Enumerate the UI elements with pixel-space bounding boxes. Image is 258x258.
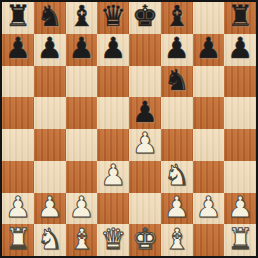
square-a5[interactable]	[2, 97, 34, 129]
chess-board: ♜♞♝♛♚♝♜♟♟♟♟♟♟♟♞♟♟♟♞♟♟♟♟♟♟♜♞♝♛♚♝♜	[2, 2, 256, 256]
square-f6[interactable]: ♞	[161, 66, 193, 98]
square-a4[interactable]	[2, 129, 34, 161]
square-f2[interactable]: ♟	[161, 193, 193, 225]
chess-board-frame: ♜♞♝♛♚♝♜♟♟♟♟♟♟♟♞♟♟♟♞♟♟♟♟♟♟♜♞♝♛♚♝♜	[0, 0, 258, 258]
square-b4[interactable]	[34, 129, 66, 161]
piece-black-bishop[interactable]: ♝	[68, 2, 94, 31]
square-e1[interactable]: ♚	[129, 224, 161, 256]
square-f1[interactable]: ♝	[161, 224, 193, 256]
square-d8[interactable]: ♛	[97, 2, 129, 34]
piece-white-knight[interactable]: ♞	[37, 225, 63, 254]
square-e5[interactable]: ♟	[129, 97, 161, 129]
piece-black-pawn[interactable]: ♟	[100, 34, 126, 63]
square-d1[interactable]: ♛	[97, 224, 129, 256]
piece-white-knight[interactable]: ♞	[164, 161, 190, 190]
square-d4[interactable]	[97, 129, 129, 161]
square-f4[interactable]	[161, 129, 193, 161]
square-a1[interactable]: ♜	[2, 224, 34, 256]
square-d5[interactable]	[97, 97, 129, 129]
square-g2[interactable]: ♟	[193, 193, 225, 225]
square-e4[interactable]: ♟	[129, 129, 161, 161]
square-a7[interactable]: ♟	[2, 34, 34, 66]
square-e2[interactable]	[129, 193, 161, 225]
square-e7[interactable]	[129, 34, 161, 66]
piece-black-rook[interactable]: ♜	[227, 2, 253, 31]
square-b2[interactable]: ♟	[34, 193, 66, 225]
square-c7[interactable]: ♟	[66, 34, 98, 66]
piece-black-knight[interactable]: ♞	[164, 66, 190, 95]
square-c8[interactable]: ♝	[66, 2, 98, 34]
square-e3[interactable]	[129, 161, 161, 193]
piece-white-pawn[interactable]: ♟	[195, 193, 221, 222]
piece-white-pawn[interactable]: ♟	[164, 193, 190, 222]
piece-black-knight[interactable]: ♞	[37, 2, 63, 31]
square-h5[interactable]	[224, 97, 256, 129]
square-a8[interactable]: ♜	[2, 2, 34, 34]
piece-black-pawn[interactable]: ♟	[5, 34, 31, 63]
square-a2[interactable]: ♟	[2, 193, 34, 225]
square-h4[interactable]	[224, 129, 256, 161]
piece-white-pawn[interactable]: ♟	[227, 193, 253, 222]
piece-white-pawn[interactable]: ♟	[68, 193, 94, 222]
square-h2[interactable]: ♟	[224, 193, 256, 225]
square-b6[interactable]	[34, 66, 66, 98]
square-g1[interactable]	[193, 224, 225, 256]
piece-black-pawn[interactable]: ♟	[37, 34, 63, 63]
piece-white-king[interactable]: ♚	[132, 225, 158, 254]
square-b5[interactable]	[34, 97, 66, 129]
square-a6[interactable]	[2, 66, 34, 98]
piece-white-pawn[interactable]: ♟	[5, 193, 31, 222]
square-d6[interactable]	[97, 66, 129, 98]
piece-black-pawn[interactable]: ♟	[164, 34, 190, 63]
square-g4[interactable]	[193, 129, 225, 161]
piece-black-bishop[interactable]: ♝	[164, 2, 190, 31]
piece-black-queen[interactable]: ♛	[100, 2, 126, 31]
square-f3[interactable]: ♞	[161, 161, 193, 193]
square-h1[interactable]: ♜	[224, 224, 256, 256]
piece-black-king[interactable]: ♚	[132, 2, 158, 31]
square-c3[interactable]	[66, 161, 98, 193]
square-g7[interactable]: ♟	[193, 34, 225, 66]
piece-white-pawn[interactable]: ♟	[37, 193, 63, 222]
square-e8[interactable]: ♚	[129, 2, 161, 34]
piece-white-pawn[interactable]: ♟	[132, 129, 158, 158]
square-f8[interactable]: ♝	[161, 2, 193, 34]
piece-black-pawn[interactable]: ♟	[132, 98, 158, 127]
square-c6[interactable]	[66, 66, 98, 98]
square-g3[interactable]	[193, 161, 225, 193]
square-a3[interactable]	[2, 161, 34, 193]
square-d7[interactable]: ♟	[97, 34, 129, 66]
square-h7[interactable]: ♟	[224, 34, 256, 66]
piece-black-pawn[interactable]: ♟	[227, 34, 253, 63]
square-h8[interactable]: ♜	[224, 2, 256, 34]
square-b8[interactable]: ♞	[34, 2, 66, 34]
piece-white-rook[interactable]: ♜	[5, 225, 31, 254]
square-h6[interactable]	[224, 66, 256, 98]
square-b1[interactable]: ♞	[34, 224, 66, 256]
square-d3[interactable]: ♟	[97, 161, 129, 193]
piece-white-bishop[interactable]: ♝	[164, 225, 190, 254]
square-b7[interactable]: ♟	[34, 34, 66, 66]
square-g8[interactable]	[193, 2, 225, 34]
piece-white-queen[interactable]: ♛	[100, 225, 126, 254]
piece-white-bishop[interactable]: ♝	[68, 225, 94, 254]
square-d2[interactable]	[97, 193, 129, 225]
piece-white-rook[interactable]: ♜	[227, 225, 253, 254]
square-c1[interactable]: ♝	[66, 224, 98, 256]
square-f7[interactable]: ♟	[161, 34, 193, 66]
square-c4[interactable]	[66, 129, 98, 161]
square-c5[interactable]	[66, 97, 98, 129]
square-g5[interactable]	[193, 97, 225, 129]
piece-white-pawn[interactable]: ♟	[100, 161, 126, 190]
piece-black-pawn[interactable]: ♟	[68, 34, 94, 63]
square-f5[interactable]	[161, 97, 193, 129]
square-g6[interactable]	[193, 66, 225, 98]
square-c2[interactable]: ♟	[66, 193, 98, 225]
square-h3[interactable]	[224, 161, 256, 193]
square-b3[interactable]	[34, 161, 66, 193]
piece-black-pawn[interactable]: ♟	[195, 34, 221, 63]
piece-black-rook[interactable]: ♜	[5, 2, 31, 31]
square-e6[interactable]	[129, 66, 161, 98]
